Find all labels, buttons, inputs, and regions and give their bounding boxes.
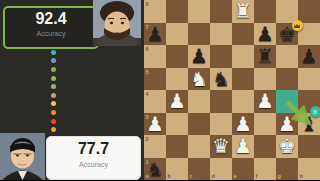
rank-label-4: 4 bbox=[146, 91, 149, 97]
file-label-e: e bbox=[234, 173, 237, 179]
review-panel: 92.4 Accuracy bbox=[0, 0, 144, 180]
board-square-c2[interactable] bbox=[188, 135, 210, 158]
board-square-d3[interactable] bbox=[210, 113, 232, 136]
board-square-b3[interactable] bbox=[166, 113, 188, 136]
classification-icon bbox=[51, 127, 56, 132]
brilliant-move-badge: !! bbox=[310, 106, 320, 117]
classification-row-great-move[interactable] bbox=[0, 57, 144, 66]
file-label-d: d bbox=[212, 173, 215, 179]
game-review-screen: 92.4 Accuracy bbox=[0, 0, 320, 180]
black-accuracy-value: 92.4 bbox=[5, 8, 97, 30]
piece-white-pawn-e3[interactable]: ♟ bbox=[232, 113, 254, 136]
board-square-d4[interactable] bbox=[210, 90, 232, 113]
file-label-f: f bbox=[256, 173, 258, 179]
classification-row-book[interactable] bbox=[0, 91, 144, 100]
board-square-f3[interactable] bbox=[254, 113, 276, 136]
piece-black-pawn-c6[interactable]: ♟ bbox=[188, 45, 210, 68]
board-square-b2[interactable] bbox=[166, 135, 188, 158]
chess-board: 87654321abcdefgh ♜♟♟♚♟♜♟♞♞♟♟♟♟♟♝♛♟♚♞ !! bbox=[144, 0, 320, 180]
piece-black-knight-d5[interactable]: ♞ bbox=[210, 68, 232, 91]
black-player-avatar bbox=[93, 0, 141, 46]
board-square-h5[interactable] bbox=[298, 68, 320, 91]
board-square-e7[interactable] bbox=[232, 23, 254, 46]
rank-label-5: 5 bbox=[146, 69, 149, 75]
piece-black-pawn-f7[interactable]: ♟ bbox=[254, 23, 276, 46]
move-classification-table bbox=[0, 48, 144, 134]
board-square-h8[interactable] bbox=[298, 0, 320, 23]
classification-row-good[interactable] bbox=[0, 82, 144, 91]
board-square-b7[interactable] bbox=[166, 23, 188, 46]
board-square-b6[interactable] bbox=[166, 45, 188, 68]
classification-row-blunder[interactable] bbox=[0, 117, 144, 126]
board-square-d7[interactable] bbox=[210, 23, 232, 46]
board-square-c7[interactable] bbox=[188, 23, 210, 46]
board-square-f5[interactable] bbox=[254, 68, 276, 91]
classification-icon bbox=[51, 101, 56, 106]
board-square-b8[interactable] bbox=[166, 0, 188, 23]
classification-row-best-move[interactable] bbox=[0, 65, 144, 74]
piece-white-pawn-g3[interactable]: ♟ bbox=[276, 113, 298, 136]
rank-label-2: 2 bbox=[146, 136, 149, 142]
white-accuracy-label: Accuracy bbox=[47, 161, 140, 169]
file-label-b: b bbox=[168, 173, 171, 179]
rank-label-6: 6 bbox=[146, 46, 149, 52]
piece-white-king-g2[interactable]: ♚ bbox=[276, 135, 298, 158]
board-square-d6[interactable] bbox=[210, 45, 232, 68]
piece-white-pawn-a3[interactable]: ♟ bbox=[144, 113, 166, 136]
classification-icon bbox=[51, 84, 56, 89]
black-accuracy-label: Accuracy bbox=[5, 30, 97, 38]
piece-white-rook-e8[interactable]: ♜ bbox=[232, 0, 254, 23]
file-label-h: h bbox=[300, 173, 303, 179]
board-square-c8[interactable] bbox=[188, 0, 210, 23]
classification-icon bbox=[51, 93, 56, 98]
classification-icon bbox=[51, 50, 56, 55]
classification-icon bbox=[51, 67, 56, 72]
black-player-accuracy-card: 92.4 Accuracy bbox=[3, 6, 99, 49]
board-square-f2[interactable] bbox=[254, 135, 276, 158]
piece-black-pawn-a7[interactable]: ♟ bbox=[144, 23, 166, 46]
board-square-g8[interactable] bbox=[276, 0, 298, 23]
classification-icon bbox=[51, 76, 56, 81]
file-label-g: g bbox=[278, 173, 281, 179]
board-square-e5[interactable] bbox=[232, 68, 254, 91]
piece-white-pawn-f4[interactable]: ♟ bbox=[254, 90, 276, 113]
file-label-c: c bbox=[190, 173, 193, 179]
classification-icon bbox=[51, 110, 56, 115]
board-square-d8[interactable] bbox=[210, 0, 232, 23]
piece-black-knight-a1[interactable]: ♞ bbox=[144, 158, 166, 181]
piece-black-pawn-h6[interactable]: ♟ bbox=[298, 45, 320, 68]
board-square-h2[interactable] bbox=[298, 135, 320, 158]
classification-icon bbox=[51, 58, 56, 63]
board-square-c4[interactable] bbox=[188, 90, 210, 113]
white-player-avatar bbox=[0, 133, 45, 180]
board-square-c3[interactable] bbox=[188, 113, 210, 136]
board-square-g6[interactable] bbox=[276, 45, 298, 68]
board-square-g4[interactable] bbox=[276, 90, 298, 113]
board-square-e6[interactable] bbox=[232, 45, 254, 68]
board-square-g5[interactable] bbox=[276, 68, 298, 91]
board-square-e4[interactable] bbox=[232, 90, 254, 113]
board-square-f8[interactable] bbox=[254, 0, 276, 23]
piece-white-pawn-e2[interactable]: ♟ bbox=[232, 135, 254, 158]
piece-white-queen-d2[interactable]: ♛ bbox=[210, 135, 232, 158]
piece-white-pawn-b4[interactable]: ♟ bbox=[166, 90, 188, 113]
piece-black-rook-f6[interactable]: ♜ bbox=[254, 45, 276, 68]
classification-row-inaccuracy[interactable] bbox=[0, 100, 144, 109]
board-square-b5[interactable] bbox=[166, 68, 188, 91]
white-accuracy-value: 77.7 bbox=[47, 137, 140, 161]
winner-crown-badge bbox=[292, 20, 303, 31]
classification-row-excellent[interactable] bbox=[0, 74, 144, 83]
classification-row-brilliant[interactable] bbox=[0, 48, 144, 57]
rank-label-8: 8 bbox=[146, 1, 149, 7]
classification-row-mistake[interactable] bbox=[0, 108, 144, 117]
piece-white-knight-c5[interactable]: ♞ bbox=[188, 68, 210, 91]
white-player-accuracy-card: 77.7 Accuracy bbox=[46, 136, 141, 180]
classification-icon bbox=[51, 119, 56, 124]
